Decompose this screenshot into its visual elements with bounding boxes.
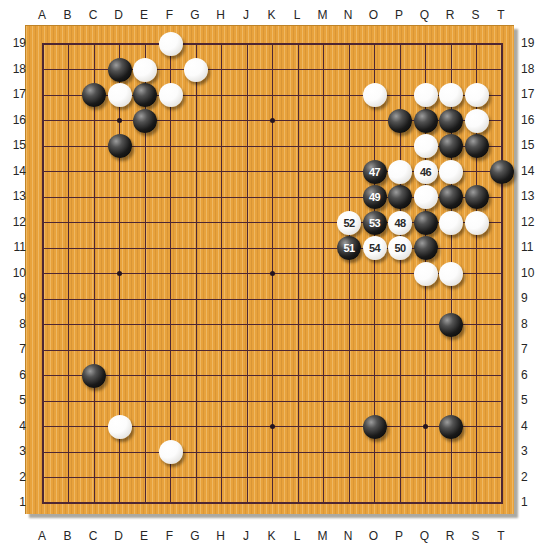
coordinate-label: 12 <box>521 215 545 229</box>
black-stone-R15 <box>439 134 463 158</box>
coordinate-label: 1 <box>521 495 545 509</box>
coordinate-label: R <box>440 529 460 543</box>
coordinate-label: 1 <box>2 495 26 509</box>
white-stone-O17 <box>363 83 387 107</box>
black-stone-S13 <box>465 185 489 209</box>
grid-line-horizontal <box>42 324 503 325</box>
star-point <box>270 271 275 276</box>
coordinate-label: E <box>134 8 154 22</box>
white-stone-R12 <box>439 211 463 235</box>
coordinate-label: D <box>109 529 129 543</box>
star-point <box>270 424 275 429</box>
coordinate-label: G <box>185 529 205 543</box>
coordinate-label: 10 <box>2 266 26 280</box>
black-stone-D18 <box>108 58 132 82</box>
white-stone-move-54: 54 <box>363 236 387 260</box>
coordinate-label: C <box>83 8 103 22</box>
coordinate-label: 2 <box>2 470 26 484</box>
black-stone-Q12 <box>414 211 438 235</box>
coordinate-label: 13 <box>2 189 26 203</box>
coordinate-label: 3 <box>521 444 545 458</box>
grid-line-vertical <box>349 43 350 504</box>
coordinate-label: 7 <box>2 342 26 356</box>
coordinate-label: G <box>185 8 205 22</box>
white-stone-move-48: 48 <box>388 211 412 235</box>
coordinate-label: M <box>313 8 333 22</box>
coordinate-label: A <box>32 529 52 543</box>
coordinate-label: K <box>262 529 282 543</box>
black-stone-T14 <box>490 160 514 184</box>
white-stone-F3 <box>159 440 183 464</box>
coordinate-label: L <box>287 8 307 22</box>
grid-line-horizontal <box>42 502 503 504</box>
black-stone-D15 <box>108 134 132 158</box>
grid-line-horizontal <box>42 452 503 453</box>
black-stone-C6 <box>82 364 106 388</box>
black-stone-move-51: 51 <box>337 236 361 260</box>
white-stone-R14 <box>439 160 463 184</box>
grid-line-vertical <box>323 43 324 504</box>
black-stone-E17 <box>133 83 157 107</box>
black-stone-Q16 <box>414 109 438 133</box>
coordinate-label: J <box>236 8 256 22</box>
grid-line-horizontal <box>42 299 503 300</box>
coordinate-label: 9 <box>2 291 26 305</box>
grid-line-horizontal <box>42 401 503 402</box>
white-stone-E18 <box>133 58 157 82</box>
coordinate-label: E <box>134 529 154 543</box>
coordinate-label: L <box>287 529 307 543</box>
grid-line-horizontal <box>42 350 503 351</box>
white-stone-move-50: 50 <box>388 236 412 260</box>
white-stone-S12 <box>465 211 489 235</box>
black-stone-P16 <box>388 109 412 133</box>
coordinate-label: H <box>211 529 231 543</box>
coordinate-label: 14 <box>521 164 545 178</box>
coordinate-label: P <box>389 8 409 22</box>
black-stone-R13 <box>439 185 463 209</box>
black-stone-Q11 <box>414 236 438 260</box>
go-board[interactable]: 474953514652485450 <box>25 25 514 514</box>
coordinate-label: B <box>58 8 78 22</box>
black-stone-R4 <box>439 415 463 439</box>
black-stone-C17 <box>82 83 106 107</box>
white-stone-move-52: 52 <box>337 211 361 235</box>
coordinate-label: S <box>466 8 486 22</box>
grid-line-vertical <box>298 43 299 504</box>
coordinate-label: 18 <box>521 62 545 76</box>
grid-line-horizontal <box>42 375 503 376</box>
coordinate-label: 15 <box>521 138 545 152</box>
coordinate-label: 10 <box>521 266 545 280</box>
black-stone-S15 <box>465 134 489 158</box>
star-point <box>423 424 428 429</box>
coordinate-label: N <box>338 529 358 543</box>
coordinate-label: 15 <box>2 138 26 152</box>
white-stone-D17 <box>108 83 132 107</box>
coordinate-label: 17 <box>521 87 545 101</box>
coordinate-label: O <box>364 529 384 543</box>
white-stone-F17 <box>159 83 183 107</box>
white-stone-Q13 <box>414 185 438 209</box>
coordinate-label: 12 <box>2 215 26 229</box>
coordinate-label: 14 <box>2 164 26 178</box>
black-stone-R8 <box>439 313 463 337</box>
grid-line-vertical <box>501 43 503 504</box>
black-stone-E16 <box>133 109 157 133</box>
coordinate-label: 8 <box>2 317 26 331</box>
black-stone-P13 <box>388 185 412 209</box>
coordinate-label: 19 <box>521 36 545 50</box>
white-stone-G18 <box>184 58 208 82</box>
white-stone-Q15 <box>414 134 438 158</box>
coordinate-label: 7 <box>521 342 545 356</box>
coordinate-label: N <box>338 8 358 22</box>
coordinate-label: Q <box>415 529 435 543</box>
coordinate-label: P <box>389 529 409 543</box>
coordinate-label: K <box>262 8 282 22</box>
coordinate-label: 5 <box>521 393 545 407</box>
coordinate-label: 6 <box>2 368 26 382</box>
white-stone-S16 <box>465 109 489 133</box>
coordinate-label: 9 <box>521 291 545 305</box>
grid-line-horizontal <box>42 477 503 478</box>
white-stone-S17 <box>465 83 489 107</box>
white-stone-P14 <box>388 160 412 184</box>
coordinate-label: S <box>466 529 486 543</box>
coordinate-label: 17 <box>2 87 26 101</box>
coordinate-label: F <box>160 8 180 22</box>
coordinate-label: T <box>491 8 511 22</box>
coordinate-label: 16 <box>521 113 545 127</box>
coordinate-label: 8 <box>521 317 545 331</box>
coordinate-label: 4 <box>2 419 26 433</box>
coordinate-label: R <box>440 8 460 22</box>
white-stone-Q17 <box>414 83 438 107</box>
white-stone-R10 <box>439 262 463 286</box>
coordinate-label: D <box>109 8 129 22</box>
star-point <box>117 271 122 276</box>
star-point <box>117 118 122 123</box>
white-stone-D4 <box>108 415 132 439</box>
coordinate-label: 18 <box>2 62 26 76</box>
black-stone-move-47: 47 <box>363 160 387 184</box>
star-point <box>270 118 275 123</box>
black-stone-R16 <box>439 109 463 133</box>
coordinate-label: M <box>313 529 333 543</box>
go-diagram: 474953514652485450 ABCDEFGHJKLMNOPQRST A… <box>0 0 550 550</box>
white-stone-Q10 <box>414 262 438 286</box>
coordinate-label: 13 <box>521 189 545 203</box>
coordinate-label: 19 <box>2 36 26 50</box>
coordinate-label: J <box>236 529 256 543</box>
coordinate-label: 3 <box>2 444 26 458</box>
black-stone-move-49: 49 <box>363 185 387 209</box>
coordinate-label: O <box>364 8 384 22</box>
coordinate-label: B <box>58 529 78 543</box>
white-stone-move-46: 46 <box>414 160 438 184</box>
coordinate-label: 16 <box>2 113 26 127</box>
coordinate-label: 2 <box>521 470 545 484</box>
black-stone-move-53: 53 <box>363 211 387 235</box>
coordinate-label: C <box>83 529 103 543</box>
coordinate-label: 11 <box>521 240 545 254</box>
black-stone-O4 <box>363 415 387 439</box>
coordinate-label: F <box>160 529 180 543</box>
coordinate-label: 11 <box>2 240 26 254</box>
coordinate-label: A <box>32 8 52 22</box>
coordinate-label: H <box>211 8 231 22</box>
coordinate-label: Q <box>415 8 435 22</box>
white-stone-R17 <box>439 83 463 107</box>
white-stone-F19 <box>159 32 183 56</box>
coordinate-label: T <box>491 529 511 543</box>
coordinate-label: 5 <box>2 393 26 407</box>
coordinate-label: 6 <box>521 368 545 382</box>
coordinate-label: 4 <box>521 419 545 433</box>
